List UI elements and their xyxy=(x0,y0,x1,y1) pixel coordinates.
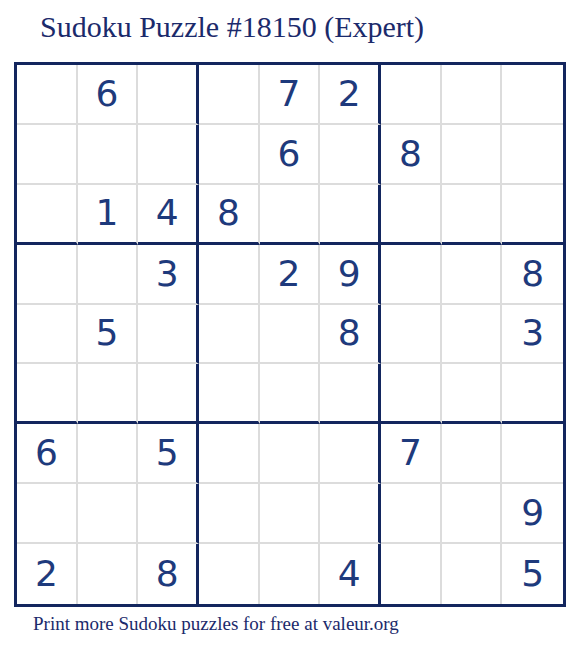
sudoku-cell-r9c8[interactable] xyxy=(442,544,503,604)
sudoku-cell-r7c8[interactable] xyxy=(442,424,503,484)
page-title: Sudoku Puzzle #18150 (Expert) xyxy=(40,10,424,44)
sudoku-cell-r1c1[interactable] xyxy=(17,65,78,125)
sudoku-cell-r5c6[interactable]: 8 xyxy=(320,305,381,365)
sudoku-cell-r4c4[interactable] xyxy=(199,245,260,305)
sudoku-cell-r5c3[interactable] xyxy=(138,305,199,365)
sudoku-cell-r8c7[interactable] xyxy=(381,484,442,544)
sudoku-cell-r2c9[interactable] xyxy=(502,125,563,185)
sudoku-cell-r5c8[interactable] xyxy=(442,305,503,365)
sudoku-cell-r2c4[interactable] xyxy=(199,125,260,185)
sudoku-cell-r6c3[interactable] xyxy=(138,364,199,424)
sudoku-cell-r6c2[interactable] xyxy=(78,364,139,424)
sudoku-cell-r5c5[interactable] xyxy=(260,305,321,365)
sudoku-cell-r7c2[interactable] xyxy=(78,424,139,484)
sudoku-cell-r4c7[interactable] xyxy=(381,245,442,305)
sudoku-cell-r2c8[interactable] xyxy=(442,125,503,185)
sudoku-cell-r3c5[interactable] xyxy=(260,185,321,245)
sudoku-cell-r7c3[interactable]: 5 xyxy=(138,424,199,484)
sudoku-cell-r4c2[interactable] xyxy=(78,245,139,305)
sudoku-cell-r4c6[interactable]: 9 xyxy=(320,245,381,305)
sudoku-cell-r1c9[interactable] xyxy=(502,65,563,125)
sudoku-cell-r8c2[interactable] xyxy=(78,484,139,544)
sudoku-cell-r7c1[interactable]: 6 xyxy=(17,424,78,484)
sudoku-cell-r3c3[interactable]: 4 xyxy=(138,185,199,245)
sudoku-cell-r2c5[interactable]: 6 xyxy=(260,125,321,185)
footer-text: Print more Sudoku puzzles for free at va… xyxy=(33,613,399,635)
sudoku-cell-r5c2[interactable]: 5 xyxy=(78,305,139,365)
sudoku-cell-r6c8[interactable] xyxy=(442,364,503,424)
sudoku-cell-r2c3[interactable] xyxy=(138,125,199,185)
sudoku-cell-r8c9[interactable]: 9 xyxy=(502,484,563,544)
sudoku-cell-r5c1[interactable] xyxy=(17,305,78,365)
sudoku-cell-r6c5[interactable] xyxy=(260,364,321,424)
sudoku-cell-r9c2[interactable] xyxy=(78,544,139,604)
sudoku-cell-r7c6[interactable] xyxy=(320,424,381,484)
sudoku-cell-r4c3[interactable]: 3 xyxy=(138,245,199,305)
sudoku-cell-r2c1[interactable] xyxy=(17,125,78,185)
sudoku-board: 67268148329858365792845 xyxy=(14,62,566,607)
sudoku-cell-r3c9[interactable] xyxy=(502,185,563,245)
sudoku-cell-r7c5[interactable] xyxy=(260,424,321,484)
sudoku-cell-r1c6[interactable]: 2 xyxy=(320,65,381,125)
sudoku-cell-r2c7[interactable]: 8 xyxy=(381,125,442,185)
sudoku-cell-r6c4[interactable] xyxy=(199,364,260,424)
sudoku-cell-r5c7[interactable] xyxy=(381,305,442,365)
sudoku-cell-r6c6[interactable] xyxy=(320,364,381,424)
sudoku-cell-r9c4[interactable] xyxy=(199,544,260,604)
sudoku-cell-r6c1[interactable] xyxy=(17,364,78,424)
sudoku-cell-r3c2[interactable]: 1 xyxy=(78,185,139,245)
sudoku-cell-r1c7[interactable] xyxy=(381,65,442,125)
sudoku-cell-r9c9[interactable]: 5 xyxy=(502,544,563,604)
sudoku-cell-r2c2[interactable] xyxy=(78,125,139,185)
sudoku-cell-r7c7[interactable]: 7 xyxy=(381,424,442,484)
sudoku-cell-r3c8[interactable] xyxy=(442,185,503,245)
sudoku-cell-r1c3[interactable] xyxy=(138,65,199,125)
sudoku-cell-r9c3[interactable]: 8 xyxy=(138,544,199,604)
sudoku-cell-r1c8[interactable] xyxy=(442,65,503,125)
sudoku-cell-r4c8[interactable] xyxy=(442,245,503,305)
sudoku-cell-r7c9[interactable] xyxy=(502,424,563,484)
sudoku-cell-r3c4[interactable]: 8 xyxy=(199,185,260,245)
sudoku-cell-r1c2[interactable]: 6 xyxy=(78,65,139,125)
sudoku-cell-r9c7[interactable] xyxy=(381,544,442,604)
sudoku-cell-r7c4[interactable] xyxy=(199,424,260,484)
sudoku-cell-r6c7[interactable] xyxy=(381,364,442,424)
sudoku-cell-r1c5[interactable]: 7 xyxy=(260,65,321,125)
sudoku-cell-r5c4[interactable] xyxy=(199,305,260,365)
sudoku-cell-r6c9[interactable] xyxy=(502,364,563,424)
sudoku-cell-r4c9[interactable]: 8 xyxy=(502,245,563,305)
sudoku-cell-r9c1[interactable]: 2 xyxy=(17,544,78,604)
sudoku-cell-r3c1[interactable] xyxy=(17,185,78,245)
sudoku-cell-r8c5[interactable] xyxy=(260,484,321,544)
sudoku-cell-r9c5[interactable] xyxy=(260,544,321,604)
sudoku-cell-r8c6[interactable] xyxy=(320,484,381,544)
sudoku-page: Sudoku Puzzle #18150 (Expert) 6726814832… xyxy=(0,0,580,651)
sudoku-cell-r8c8[interactable] xyxy=(442,484,503,544)
sudoku-cell-r5c9[interactable]: 3 xyxy=(502,305,563,365)
sudoku-cell-r3c7[interactable] xyxy=(381,185,442,245)
sudoku-cell-r3c6[interactable] xyxy=(320,185,381,245)
sudoku-cell-r2c6[interactable] xyxy=(320,125,381,185)
sudoku-cell-r8c1[interactable] xyxy=(17,484,78,544)
sudoku-cell-r1c4[interactable] xyxy=(199,65,260,125)
sudoku-cell-r9c6[interactable]: 4 xyxy=(320,544,381,604)
sudoku-cell-r8c4[interactable] xyxy=(199,484,260,544)
sudoku-cell-r4c5[interactable]: 2 xyxy=(260,245,321,305)
sudoku-cell-r4c1[interactable] xyxy=(17,245,78,305)
sudoku-cell-r8c3[interactable] xyxy=(138,484,199,544)
